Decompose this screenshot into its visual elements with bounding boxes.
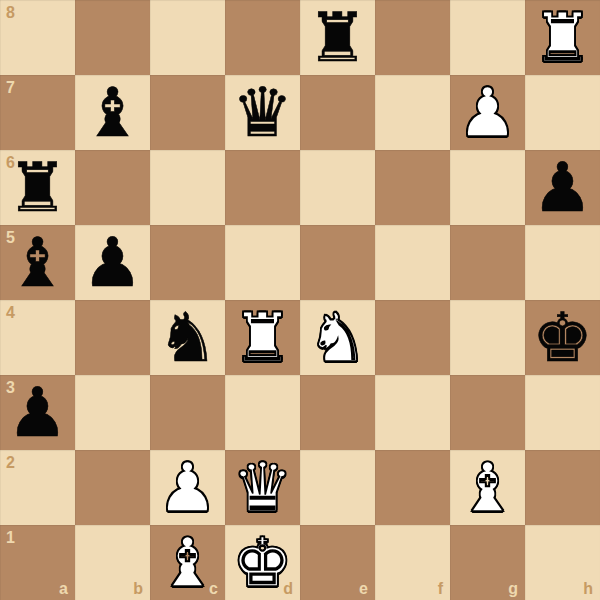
square-h4[interactable]: ♚ bbox=[525, 300, 600, 375]
rank-label: 4 bbox=[6, 305, 15, 321]
piece-white-rook[interactable]: ♜ bbox=[525, 0, 600, 75]
square-b6[interactable] bbox=[75, 150, 150, 225]
square-e7[interactable] bbox=[300, 75, 375, 150]
square-g3[interactable] bbox=[450, 375, 525, 450]
square-e1[interactable]: e bbox=[300, 525, 375, 600]
square-c6[interactable] bbox=[150, 150, 225, 225]
square-d7[interactable]: ♛ bbox=[225, 75, 300, 150]
square-a5[interactable]: 5♝ bbox=[0, 225, 75, 300]
square-a1[interactable]: 1a bbox=[0, 525, 75, 600]
square-a8[interactable]: 8 bbox=[0, 0, 75, 75]
square-c4[interactable]: ♞ bbox=[150, 300, 225, 375]
piece-white-bishop[interactable]: ♝ bbox=[450, 450, 525, 525]
square-c8[interactable] bbox=[150, 0, 225, 75]
square-a7[interactable]: 7 bbox=[0, 75, 75, 150]
square-a6[interactable]: 6♜ bbox=[0, 150, 75, 225]
square-h7[interactable] bbox=[525, 75, 600, 150]
square-a2[interactable]: 2 bbox=[0, 450, 75, 525]
square-g5[interactable] bbox=[450, 225, 525, 300]
square-c1[interactable]: c♝ bbox=[150, 525, 225, 600]
file-label: g bbox=[508, 581, 518, 597]
square-d4[interactable]: ♜ bbox=[225, 300, 300, 375]
square-b7[interactable]: ♝ bbox=[75, 75, 150, 150]
square-b4[interactable] bbox=[75, 300, 150, 375]
square-d3[interactable] bbox=[225, 375, 300, 450]
square-f4[interactable] bbox=[375, 300, 450, 375]
piece-black-rook[interactable]: ♜ bbox=[300, 0, 375, 75]
piece-white-bishop[interactable]: ♝ bbox=[150, 525, 225, 600]
piece-white-pawn[interactable]: ♟ bbox=[450, 75, 525, 150]
rank-label: 8 bbox=[6, 5, 15, 21]
square-h6[interactable]: ♟ bbox=[525, 150, 600, 225]
square-d2[interactable]: ♛ bbox=[225, 450, 300, 525]
square-f3[interactable] bbox=[375, 375, 450, 450]
square-b3[interactable] bbox=[75, 375, 150, 450]
piece-white-king[interactable]: ♚ bbox=[225, 525, 300, 600]
piece-black-pawn[interactable]: ♟ bbox=[0, 375, 75, 450]
piece-white-pawn[interactable]: ♟ bbox=[150, 450, 225, 525]
square-f1[interactable]: f bbox=[375, 525, 450, 600]
piece-black-bishop[interactable]: ♝ bbox=[75, 75, 150, 150]
square-g7[interactable]: ♟ bbox=[450, 75, 525, 150]
square-e2[interactable] bbox=[300, 450, 375, 525]
square-h5[interactable] bbox=[525, 225, 600, 300]
square-f2[interactable] bbox=[375, 450, 450, 525]
piece-black-king[interactable]: ♚ bbox=[525, 300, 600, 375]
piece-black-pawn[interactable]: ♟ bbox=[75, 225, 150, 300]
piece-black-rook[interactable]: ♜ bbox=[0, 150, 75, 225]
square-g6[interactable] bbox=[450, 150, 525, 225]
rank-label: 1 bbox=[6, 530, 15, 546]
rank-label: 7 bbox=[6, 80, 15, 96]
square-e5[interactable] bbox=[300, 225, 375, 300]
square-g8[interactable] bbox=[450, 0, 525, 75]
file-label: e bbox=[359, 581, 368, 597]
piece-black-pawn[interactable]: ♟ bbox=[525, 150, 600, 225]
rank-label: 2 bbox=[6, 455, 15, 471]
square-a3[interactable]: 3♟ bbox=[0, 375, 75, 450]
piece-black-bishop[interactable]: ♝ bbox=[0, 225, 75, 300]
square-d8[interactable] bbox=[225, 0, 300, 75]
square-c3[interactable] bbox=[150, 375, 225, 450]
chess-board: 8♜♜7♝♛♟6♜♟5♝♟4♞♜♞♚3♟2♟♛♝1abc♝d♚efgh bbox=[0, 0, 600, 600]
file-label: f bbox=[438, 581, 443, 597]
square-h2[interactable] bbox=[525, 450, 600, 525]
square-f5[interactable] bbox=[375, 225, 450, 300]
square-g1[interactable]: g bbox=[450, 525, 525, 600]
square-d5[interactable] bbox=[225, 225, 300, 300]
square-h3[interactable] bbox=[525, 375, 600, 450]
square-b5[interactable]: ♟ bbox=[75, 225, 150, 300]
square-a4[interactable]: 4 bbox=[0, 300, 75, 375]
square-f8[interactable] bbox=[375, 0, 450, 75]
piece-white-knight[interactable]: ♞ bbox=[300, 300, 375, 375]
piece-white-rook[interactable]: ♜ bbox=[225, 300, 300, 375]
square-f7[interactable] bbox=[375, 75, 450, 150]
square-c7[interactable] bbox=[150, 75, 225, 150]
square-g2[interactable]: ♝ bbox=[450, 450, 525, 525]
square-d6[interactable] bbox=[225, 150, 300, 225]
file-label: h bbox=[583, 581, 593, 597]
square-e4[interactable]: ♞ bbox=[300, 300, 375, 375]
square-e6[interactable] bbox=[300, 150, 375, 225]
square-b1[interactable]: b bbox=[75, 525, 150, 600]
file-label: a bbox=[59, 581, 68, 597]
square-e8[interactable]: ♜ bbox=[300, 0, 375, 75]
square-d1[interactable]: d♚ bbox=[225, 525, 300, 600]
square-e3[interactable] bbox=[300, 375, 375, 450]
square-c5[interactable] bbox=[150, 225, 225, 300]
square-g4[interactable] bbox=[450, 300, 525, 375]
piece-white-queen[interactable]: ♛ bbox=[225, 450, 300, 525]
square-f6[interactable] bbox=[375, 150, 450, 225]
square-h8[interactable]: ♜ bbox=[525, 0, 600, 75]
square-b2[interactable] bbox=[75, 450, 150, 525]
piece-black-knight[interactable]: ♞ bbox=[150, 300, 225, 375]
file-label: b bbox=[133, 581, 143, 597]
square-h1[interactable]: h bbox=[525, 525, 600, 600]
square-c2[interactable]: ♟ bbox=[150, 450, 225, 525]
piece-black-queen[interactable]: ♛ bbox=[225, 75, 300, 150]
square-b8[interactable] bbox=[75, 0, 150, 75]
